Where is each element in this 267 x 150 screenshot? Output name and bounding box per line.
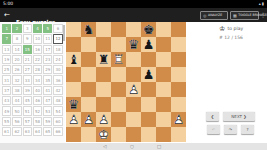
square-e6[interactable]	[126, 52, 141, 67]
puzzle-cell-16[interactable]: 16	[33, 45, 42, 54]
puzzle-cell-14[interactable]: 14	[12, 45, 21, 54]
puzzle-cell-17[interactable]: 17	[43, 45, 52, 54]
square-e7[interactable]: ♛	[126, 37, 141, 52]
puzzle-cell-35[interactable]: 35	[43, 75, 52, 84]
puzzle-grid: 1234567891011121314151617181920212223242…	[0, 22, 65, 136]
piece-black-knight[interactable]: ♞	[81, 22, 96, 37]
puzzle-cell-41[interactable]: 41	[43, 86, 52, 95]
square-g8[interactable]	[156, 22, 171, 37]
square-d7[interactable]	[111, 37, 126, 52]
android-home-icon[interactable]: ○	[130, 144, 134, 150]
undo-button[interactable]: ↶	[207, 125, 220, 134]
puzzle-cell-29[interactable]: 29	[43, 65, 52, 74]
square-e5[interactable]	[126, 67, 141, 82]
square-f5[interactable]: ♟	[141, 67, 156, 82]
piece-black-king[interactable]: ♚	[141, 22, 156, 37]
puzzle-cell-55[interactable]: 55	[2, 117, 11, 126]
square-a2[interactable]: ♟♙	[66, 112, 81, 127]
square-d5[interactable]	[111, 67, 126, 82]
puzzle-cell-33[interactable]: 33	[23, 75, 32, 84]
puzzle-cell-2[interactable]: 2	[12, 24, 21, 33]
puzzle-cell-57[interactable]: 57	[23, 117, 32, 126]
square-d1[interactable]	[111, 127, 126, 142]
piece-white-pawn[interactable]: ♟♙	[126, 82, 141, 97]
piece-white-pawn[interactable]: ♟♙	[171, 112, 186, 127]
puzzle-cell-26[interactable]: 26	[12, 65, 21, 74]
square-f6[interactable]	[141, 52, 156, 67]
puzzle-cell-18[interactable]: 18	[53, 45, 62, 54]
puzzle-cell-8[interactable]: 8	[12, 34, 21, 43]
square-d3[interactable]	[111, 97, 126, 112]
previous-puzzle-button[interactable]: ❮	[206, 112, 219, 121]
square-c7[interactable]	[96, 37, 111, 52]
square-f1[interactable]	[141, 127, 156, 142]
square-c8[interactable]	[96, 22, 111, 37]
puzzle-cell-60[interactable]: 60	[53, 117, 62, 126]
square-c4[interactable]	[96, 82, 111, 97]
puzzle-cell-59[interactable]: 59	[43, 117, 52, 126]
puzzle-cell-4[interactable]: 4	[33, 24, 42, 33]
piece-black-queen[interactable]: ♛	[126, 37, 141, 52]
puzzle-cell-46[interactable]: 46	[33, 96, 42, 105]
square-f4[interactable]	[141, 82, 156, 97]
puzzle-cell-38[interactable]: 38	[12, 86, 21, 95]
square-a1[interactable]	[66, 127, 81, 142]
puzzle-cell-37[interactable]: 37	[2, 86, 11, 95]
puzzle-cell-13[interactable]: 13	[2, 45, 11, 54]
puzzle-cell-44[interactable]: 44	[12, 96, 21, 105]
puzzle-cell-49[interactable]: 49	[2, 106, 11, 115]
app-bar: ← Easy puzzles Find the best move ◎ ANAL…	[0, 8, 267, 22]
next-puzzle-button[interactable]: NEXT ❯	[223, 112, 255, 121]
square-g6[interactable]	[156, 52, 171, 67]
puzzle-cell-43[interactable]: 43	[2, 96, 11, 105]
turn-label: to play	[228, 26, 243, 31]
right-panel: ♔ to play # 12 / 156 ❮ NEXT ❯ ↶ ↷ ?	[195, 22, 267, 143]
overflow-menu-icon[interactable]: ⋮	[260, 11, 266, 19]
puzzle-cell-53[interactable]: 53	[43, 106, 52, 115]
square-h5[interactable]	[171, 67, 186, 82]
square-a4[interactable]	[66, 82, 81, 97]
puzzle-cell-27[interactable]: 27	[23, 65, 32, 74]
piece-black-pawn[interactable]: ♟	[141, 37, 156, 52]
puzzle-cell-62[interactable]: 62	[12, 127, 21, 136]
square-d6[interactable]: ♜♖	[111, 52, 126, 67]
puzzle-cell-34[interactable]: 34	[33, 75, 42, 84]
puzzle-cell-51[interactable]: 51	[23, 106, 32, 115]
square-h8[interactable]	[171, 22, 186, 37]
puzzle-cell-32[interactable]: 32	[12, 75, 21, 84]
square-h2[interactable]: ♟♙	[171, 112, 186, 127]
square-d4[interactable]	[111, 82, 126, 97]
square-e8[interactable]	[126, 22, 141, 37]
square-c6[interactable]: ♜	[96, 52, 111, 67]
square-b3[interactable]	[81, 97, 96, 112]
puzzle-cell-47[interactable]: 47	[43, 96, 52, 105]
puzzle-cell-56[interactable]: 56	[12, 117, 21, 126]
square-h4[interactable]	[171, 82, 186, 97]
square-b1[interactable]	[81, 127, 96, 142]
puzzle-cell-19[interactable]: 19	[2, 55, 11, 64]
square-f2[interactable]	[141, 112, 156, 127]
clock-time: 5:00	[3, 1, 13, 7]
puzzle-cell-5[interactable]: 5	[43, 24, 52, 33]
piece-white-pawn[interactable]: ♟♙	[81, 112, 96, 127]
piece-black-rook[interactable]: ♜	[96, 52, 111, 67]
square-e2[interactable]	[126, 112, 141, 127]
toggle-browser-button[interactable]: ▦ TOGGLE BROWSER	[230, 11, 259, 20]
puzzle-cell-64[interactable]: 64	[33, 127, 42, 136]
puzzle-cell-42[interactable]: 42	[53, 86, 62, 95]
toggle-browser-icon: ▦	[233, 13, 237, 18]
square-e3[interactable]	[126, 97, 141, 112]
puzzle-cell-20[interactable]: 20	[12, 55, 21, 64]
puzzle-cell-30[interactable]: 30	[53, 65, 62, 74]
piece-black-bishop[interactable]: ♝	[66, 52, 81, 67]
puzzle-cell-10[interactable]: 10	[33, 34, 42, 43]
square-g3[interactable]	[156, 97, 171, 112]
square-g5[interactable]	[156, 67, 171, 82]
puzzle-cell-7[interactable]: 7	[2, 34, 11, 43]
square-c1[interactable]: ♚♔	[96, 127, 111, 142]
chess-puzzle-app: 5:00 ▴▮ ← Easy puzzles Find the best mov…	[0, 0, 267, 150]
square-g7[interactable]	[156, 37, 171, 52]
square-a8[interactable]	[66, 22, 81, 37]
puzzle-cell-66[interactable]: 66	[53, 127, 62, 136]
square-b8[interactable]: ♞	[81, 22, 96, 37]
puzzle-cell-21[interactable]: 21	[23, 55, 32, 64]
signal-battery-icons: ▴▮	[259, 1, 265, 7]
analyze-icon: ◎	[203, 13, 207, 18]
puzzle-cell-6[interactable]: 6	[53, 24, 62, 33]
puzzle-list-sidebar: 1234567891011121314151617181920212223242…	[0, 22, 65, 143]
puzzle-cell-22[interactable]: 22	[33, 55, 42, 64]
piece-black-queen[interactable]: ♛	[66, 97, 81, 112]
square-a5[interactable]	[66, 67, 81, 82]
puzzle-cell-28[interactable]: 28	[33, 65, 42, 74]
square-c2[interactable]: ♟♙	[96, 112, 111, 127]
puzzle-cell-31[interactable]: 31	[2, 75, 11, 84]
puzzle-cell-23[interactable]: 23	[43, 55, 52, 64]
puzzle-cell-50[interactable]: 50	[12, 106, 21, 115]
android-back-icon[interactable]: ◁	[103, 144, 106, 150]
puzzle-cell-25[interactable]: 25	[2, 65, 11, 74]
chess-board[interactable]: ♞♚♛♟♝♜♜♖♟♟♙♛♟♙♟♙♟♙♟♙♚♔	[66, 22, 186, 142]
square-d2[interactable]	[111, 112, 126, 127]
puzzle-cell-11[interactable]: 11	[43, 34, 52, 43]
square-g4[interactable]	[156, 82, 171, 97]
puzzle-cell-65[interactable]: 65	[43, 127, 52, 136]
square-c3[interactable]	[96, 97, 111, 112]
help-button[interactable]: ?	[241, 125, 254, 134]
piece-white-king[interactable]: ♚♔	[96, 127, 111, 142]
square-f3[interactable]	[141, 97, 156, 112]
square-a6[interactable]: ♝	[66, 52, 81, 67]
square-b4[interactable]	[81, 82, 96, 97]
puzzle-cell-9[interactable]: 9	[23, 34, 32, 43]
sidebar-scrollbar[interactable]	[63, 25, 65, 41]
redo-button[interactable]: ↷	[224, 125, 237, 134]
square-d8[interactable]	[111, 22, 126, 37]
puzzle-cell-48[interactable]: 48	[53, 96, 62, 105]
square-g1[interactable]	[156, 127, 171, 142]
puzzle-cell-39[interactable]: 39	[23, 86, 32, 95]
puzzle-cell-58[interactable]: 58	[33, 117, 42, 126]
square-e1[interactable]	[126, 127, 141, 142]
square-b2[interactable]: ♟♙	[81, 112, 96, 127]
square-g2[interactable]	[156, 112, 171, 127]
puzzle-cell-63[interactable]: 63	[23, 127, 32, 136]
puzzle-cell-52[interactable]: 52	[33, 106, 42, 115]
puzzle-cell-15[interactable]: 15	[23, 45, 32, 54]
square-h7[interactable]	[171, 37, 186, 52]
square-b6[interactable]	[81, 52, 96, 67]
square-f8[interactable]: ♚	[141, 22, 156, 37]
square-a3[interactable]: ♛	[66, 97, 81, 112]
piece-white-pawn[interactable]: ♟♙	[96, 112, 111, 127]
square-c5[interactable]	[96, 67, 111, 82]
piece-white-pawn[interactable]: ♟♙	[66, 112, 81, 127]
puzzle-cell-40[interactable]: 40	[33, 86, 42, 95]
square-e4[interactable]: ♟♙	[126, 82, 141, 97]
square-h3[interactable]	[171, 97, 186, 112]
puzzle-cell-3[interactable]: 3	[23, 24, 32, 33]
puzzle-cell-12[interactable]: 12	[53, 34, 62, 43]
puzzle-cell-36[interactable]: 36	[53, 75, 62, 84]
square-b5[interactable]	[81, 67, 96, 82]
android-nav-bar: ◁ ○ □	[0, 143, 267, 150]
analyze-button[interactable]: ◎ ANALYZE	[200, 11, 228, 20]
puzzle-cell-1[interactable]: 1	[2, 24, 11, 33]
square-h6[interactable]	[171, 52, 186, 67]
square-h1[interactable]	[171, 127, 186, 142]
square-b7[interactable]	[81, 37, 96, 52]
piece-white-rook[interactable]: ♜♖	[111, 52, 126, 67]
puzzle-cell-54[interactable]: 54	[53, 106, 62, 115]
puzzle-cell-24[interactable]: 24	[53, 55, 62, 64]
puzzle-cell-45[interactable]: 45	[23, 96, 32, 105]
status-bar: 5:00 ▴▮	[0, 0, 267, 8]
piece-black-pawn[interactable]: ♟	[141, 67, 156, 82]
android-recents-icon[interactable]: □	[157, 144, 161, 150]
turn-indicator: ♔ to play	[195, 25, 267, 33]
analyze-label: ANALYZE	[208, 13, 222, 17]
white-king-icon: ♔	[219, 25, 225, 33]
square-f7[interactable]: ♟	[141, 37, 156, 52]
puzzle-cell-61[interactable]: 61	[2, 127, 11, 136]
square-a7[interactable]	[66, 37, 81, 52]
puzzle-counter: # 12 / 156	[195, 35, 267, 40]
back-arrow-icon[interactable]: ←	[4, 11, 10, 19]
